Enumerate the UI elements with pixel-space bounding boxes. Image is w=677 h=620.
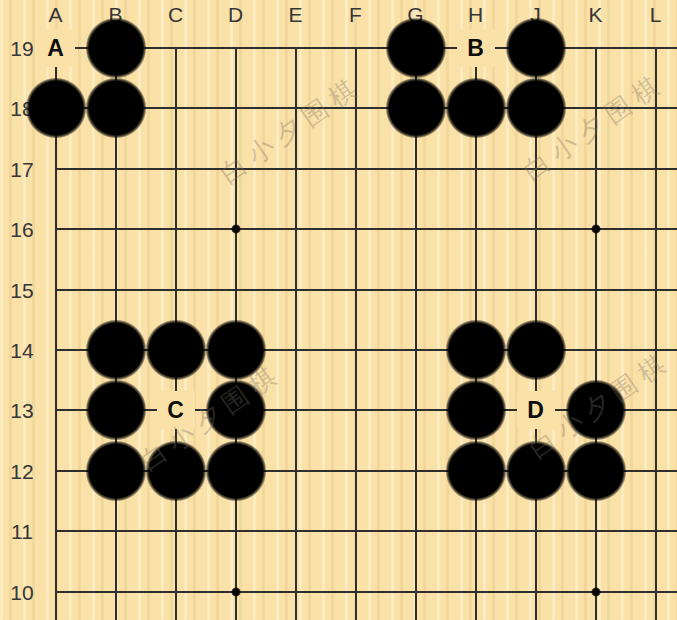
grid-vline-L <box>655 47 657 620</box>
black-stone[interactable] <box>205 440 266 501</box>
black-stone[interactable] <box>205 320 266 381</box>
black-stone[interactable] <box>505 440 566 501</box>
black-stone[interactable] <box>145 320 206 381</box>
coord-number-15: 15 <box>10 279 33 300</box>
coord-letter-A: A <box>48 4 62 25</box>
black-stone[interactable] <box>205 380 266 441</box>
coord-number-19: 19 <box>10 38 33 59</box>
black-stone[interactable] <box>505 78 566 139</box>
coord-letter-F: F <box>349 4 362 25</box>
point-label-D[interactable]: D <box>527 399 544 422</box>
coord-number-14: 14 <box>10 340 33 361</box>
grid-hline-17 <box>55 168 677 170</box>
black-stone[interactable] <box>85 18 146 79</box>
grid-vline-E <box>295 47 297 620</box>
star-point-K16 <box>591 224 601 234</box>
black-stone[interactable] <box>445 380 506 441</box>
coord-letter-K: K <box>588 4 602 25</box>
coord-number-17: 17 <box>10 158 33 179</box>
black-stone[interactable] <box>85 320 146 381</box>
coord-letter-E: E <box>288 4 302 25</box>
grid-hline-19 <box>55 47 677 49</box>
go-board[interactable]: ABCDEFGHJKL19181716151413121110ABCD白小夕围棋… <box>0 0 677 620</box>
grid-hline-10 <box>55 591 677 593</box>
coord-number-13: 13 <box>10 400 33 421</box>
black-stone[interactable] <box>85 78 146 139</box>
black-stone[interactable] <box>385 18 446 79</box>
coord-letter-D: D <box>228 4 243 25</box>
black-stone[interactable] <box>85 440 146 501</box>
star-point-K10 <box>591 587 601 597</box>
grid-hline-16 <box>55 228 677 230</box>
black-stone[interactable] <box>25 78 86 139</box>
star-point-D10 <box>231 587 241 597</box>
coord-number-10: 10 <box>10 581 33 602</box>
black-stone[interactable] <box>445 320 506 381</box>
coord-letter-C: C <box>168 4 183 25</box>
coord-number-12: 12 <box>10 460 33 481</box>
coord-letter-H: H <box>468 4 483 25</box>
grid-vline-F <box>355 47 357 620</box>
grid-hline-11 <box>55 530 677 532</box>
black-stone[interactable] <box>505 320 566 381</box>
black-stone[interactable] <box>565 380 626 441</box>
point-label-C[interactable]: C <box>167 399 184 422</box>
black-stone[interactable] <box>565 440 626 501</box>
grid-vline-K <box>595 47 597 620</box>
grid-hline-18 <box>55 107 677 109</box>
black-stone[interactable] <box>85 380 146 441</box>
coord-number-16: 16 <box>10 219 33 240</box>
point-label-B[interactable]: B <box>467 37 484 60</box>
black-stone[interactable] <box>145 440 206 501</box>
star-point-D16 <box>231 224 241 234</box>
point-label-A[interactable]: A <box>47 37 64 60</box>
coord-number-11: 11 <box>11 521 33 542</box>
black-stone[interactable] <box>505 18 566 79</box>
black-stone[interactable] <box>445 440 506 501</box>
coord-letter-L: L <box>650 4 662 25</box>
watermark-text: 白小夕围棋 <box>213 68 368 191</box>
grid-hline-15 <box>55 289 677 291</box>
black-stone[interactable] <box>445 78 506 139</box>
black-stone[interactable] <box>385 78 446 139</box>
